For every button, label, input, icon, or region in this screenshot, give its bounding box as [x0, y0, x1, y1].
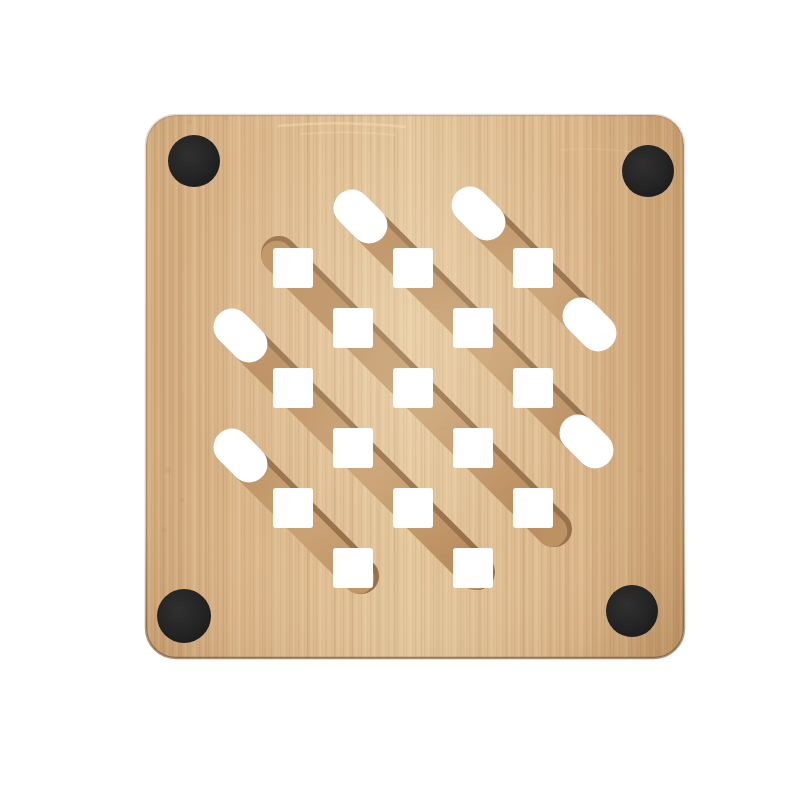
vent-hole	[513, 248, 553, 288]
vent-hole	[513, 488, 553, 528]
anti-slip-pad-top-right	[622, 145, 674, 197]
slot-open-end	[232, 327, 249, 344]
anti-slip-pad-top-left	[168, 135, 220, 187]
vent-hole	[333, 548, 373, 588]
bamboo-trivet	[0, 0, 800, 800]
slot-open-end	[578, 433, 595, 450]
anti-slip-pad-bottom-left	[157, 589, 211, 643]
anti-slip-pad-bottom-right	[606, 585, 658, 637]
vent-hole	[513, 368, 553, 408]
vent-hole	[333, 428, 373, 468]
slot-open-end	[581, 316, 598, 333]
slot-open-end	[232, 447, 249, 464]
vent-hole	[273, 488, 313, 528]
vent-hole	[453, 308, 493, 348]
vent-hole	[393, 488, 433, 528]
product-photo	[0, 0, 800, 800]
slot-open-end	[470, 205, 487, 222]
vent-hole	[393, 368, 433, 408]
vent-hole	[273, 368, 313, 408]
vent-hole	[453, 548, 493, 588]
vent-hole	[333, 308, 373, 348]
vent-hole	[393, 248, 433, 288]
slot-open-end	[352, 208, 369, 225]
vent-hole	[453, 428, 493, 468]
vent-hole	[273, 248, 313, 288]
